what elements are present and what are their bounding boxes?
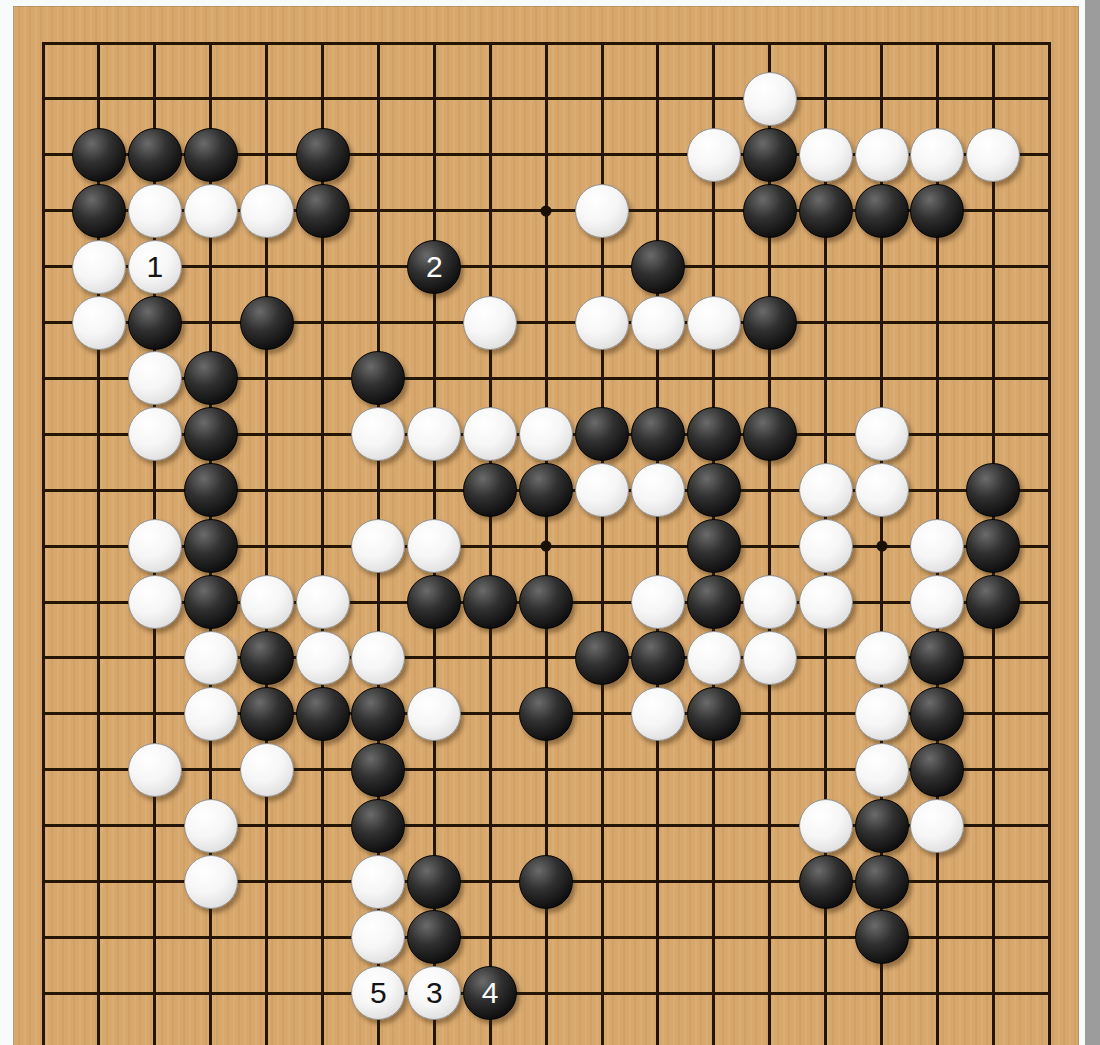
black-stone — [855, 184, 909, 238]
white-stone — [351, 519, 405, 573]
black-stone — [463, 575, 517, 629]
black-stone — [351, 743, 405, 797]
window-edge-strip — [1085, 0, 1100, 1045]
grid-line-vertical — [42, 42, 45, 1045]
white-stone — [687, 631, 741, 685]
black-stone — [240, 296, 294, 350]
white-stone — [966, 128, 1020, 182]
white-stone — [240, 575, 294, 629]
black-stone — [519, 575, 573, 629]
black-stone — [910, 184, 964, 238]
white-stone — [910, 575, 964, 629]
white-stone — [128, 519, 182, 573]
grid-line-vertical — [489, 42, 492, 1045]
black-stone — [351, 799, 405, 853]
white-stone — [799, 575, 853, 629]
white-stone — [296, 631, 350, 685]
black-stone — [351, 351, 405, 405]
white-stone — [687, 128, 741, 182]
white-stone — [128, 743, 182, 797]
white-stone — [463, 296, 517, 350]
star-point — [541, 205, 552, 216]
star-point — [876, 541, 887, 552]
move-3-stone: 3 — [407, 966, 461, 1020]
black-stone — [407, 575, 461, 629]
black-stone — [128, 296, 182, 350]
black-stone — [575, 407, 629, 461]
black-stone — [72, 128, 126, 182]
white-stone — [72, 240, 126, 294]
white-stone — [631, 463, 685, 517]
white-stone — [351, 631, 405, 685]
black-stone — [910, 687, 964, 741]
move-number-label: 5 — [370, 978, 387, 1008]
black-stone — [631, 631, 685, 685]
white-stone — [128, 184, 182, 238]
white-stone — [855, 743, 909, 797]
black-stone — [855, 855, 909, 909]
black-stone — [184, 351, 238, 405]
grid-line-horizontal — [42, 992, 1051, 995]
black-stone — [855, 799, 909, 853]
white-stone — [128, 351, 182, 405]
black-stone — [631, 407, 685, 461]
white-stone — [128, 575, 182, 629]
white-stone — [463, 407, 517, 461]
black-stone — [184, 463, 238, 517]
black-stone — [519, 855, 573, 909]
black-stone — [407, 855, 461, 909]
white-stone — [184, 184, 238, 238]
white-stone — [910, 799, 964, 853]
black-stone — [519, 687, 573, 741]
white-stone — [855, 687, 909, 741]
white-stone — [407, 407, 461, 461]
white-stone — [351, 910, 405, 964]
move-1-stone: 1 — [128, 240, 182, 294]
white-stone — [910, 128, 964, 182]
white-stone — [519, 407, 573, 461]
white-stone — [855, 631, 909, 685]
go-diagram-screenshot: 12534 — [0, 0, 1100, 1045]
black-stone — [687, 687, 741, 741]
black-stone — [743, 296, 797, 350]
black-stone — [184, 575, 238, 629]
white-stone — [855, 407, 909, 461]
black-stone — [128, 128, 182, 182]
white-stone — [575, 184, 629, 238]
black-stone — [407, 910, 461, 964]
white-stone — [240, 743, 294, 797]
black-stone — [855, 910, 909, 964]
black-stone — [910, 743, 964, 797]
black-stone — [799, 855, 853, 909]
white-stone — [799, 128, 853, 182]
white-stone — [72, 296, 126, 350]
white-stone — [184, 631, 238, 685]
white-stone — [631, 575, 685, 629]
white-stone — [351, 407, 405, 461]
black-stone — [799, 184, 853, 238]
black-stone — [184, 519, 238, 573]
white-stone — [184, 855, 238, 909]
black-stone — [519, 463, 573, 517]
black-stone — [687, 575, 741, 629]
black-stone — [743, 128, 797, 182]
white-stone — [799, 799, 853, 853]
white-stone — [631, 296, 685, 350]
grid-line-vertical — [1048, 42, 1051, 1045]
black-stone — [240, 687, 294, 741]
white-stone — [407, 519, 461, 573]
go-board[interactable]: 12534 — [13, 6, 1079, 1045]
star-point — [541, 541, 552, 552]
white-stone — [687, 296, 741, 350]
black-stone — [743, 184, 797, 238]
white-stone — [184, 799, 238, 853]
move-5-stone: 5 — [351, 966, 405, 1020]
black-stone — [575, 631, 629, 685]
move-number-label: 4 — [482, 978, 499, 1008]
black-stone — [184, 407, 238, 461]
move-number-label: 1 — [146, 252, 163, 282]
black-stone — [351, 687, 405, 741]
white-stone — [128, 407, 182, 461]
white-stone — [631, 687, 685, 741]
white-stone — [184, 687, 238, 741]
black-stone — [687, 463, 741, 517]
white-stone — [240, 184, 294, 238]
move-2-stone: 2 — [407, 240, 461, 294]
white-stone — [351, 855, 405, 909]
white-stone — [855, 128, 909, 182]
black-stone — [966, 519, 1020, 573]
white-stone — [855, 463, 909, 517]
black-stone — [966, 463, 1020, 517]
grid-line-vertical — [656, 42, 659, 1045]
black-stone — [184, 128, 238, 182]
black-stone — [296, 687, 350, 741]
move-number-label: 2 — [426, 252, 443, 282]
move-number-label: 3 — [426, 978, 443, 1008]
black-stone — [631, 240, 685, 294]
move-4-stone: 4 — [463, 966, 517, 1020]
white-stone — [407, 687, 461, 741]
white-stone — [575, 463, 629, 517]
black-stone — [966, 575, 1020, 629]
black-stone — [296, 128, 350, 182]
white-stone — [799, 519, 853, 573]
black-stone — [72, 184, 126, 238]
black-stone — [296, 184, 350, 238]
black-stone — [910, 631, 964, 685]
black-stone — [743, 407, 797, 461]
white-stone — [743, 631, 797, 685]
black-stone — [687, 519, 741, 573]
white-stone — [743, 72, 797, 126]
white-stone — [575, 296, 629, 350]
white-stone — [799, 463, 853, 517]
white-stone — [910, 519, 964, 573]
black-stone — [240, 631, 294, 685]
white-stone — [296, 575, 350, 629]
black-stone — [687, 407, 741, 461]
white-stone — [743, 575, 797, 629]
black-stone — [463, 463, 517, 517]
